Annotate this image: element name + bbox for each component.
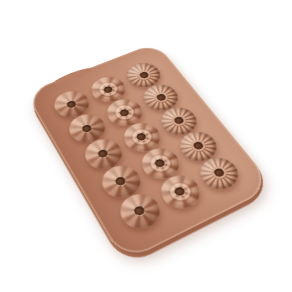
cavity-hole: [192, 141, 205, 151]
cavity-hole: [103, 85, 114, 93]
cavity-hole: [173, 116, 185, 125]
cavity-hole: [119, 108, 131, 117]
cavity-hole: [133, 205, 146, 217]
cavity-hole: [66, 100, 77, 109]
cavity-hole: [136, 132, 148, 142]
cavity-hole: [81, 124, 93, 133]
cavity-hole: [155, 93, 167, 102]
mold-tray: [25, 43, 274, 263]
cavity-hole: [212, 168, 225, 179]
cavity-hole: [97, 149, 109, 159]
photo-canvas: [0, 0, 292, 292]
cavity-hole: [138, 71, 149, 79]
cavity-hole: [154, 158, 167, 168]
cavity-hole: [114, 176, 127, 187]
cavity-hole: [174, 186, 187, 197]
